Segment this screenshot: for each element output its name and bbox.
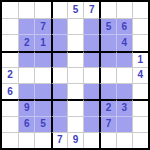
cell-r9c9[interactable]: [132, 132, 148, 148]
cell-r6c8[interactable]: [116, 83, 132, 99]
cell-r5c8[interactable]: [116, 67, 132, 83]
cell-r1c4[interactable]: [51, 2, 67, 18]
cell-r8c8[interactable]: [116, 116, 132, 132]
cell-r5c1[interactable]: 2: [2, 67, 18, 83]
cell-r4c7[interactable]: [99, 51, 115, 67]
cell-r8c2[interactable]: 6: [18, 116, 34, 132]
cell-r7c4[interactable]: [51, 99, 67, 115]
cell-r9c1[interactable]: [2, 132, 18, 148]
cell-r5c3[interactable]: [34, 67, 50, 83]
cell-r9c2[interactable]: [18, 132, 34, 148]
cell-r5c5[interactable]: [67, 67, 83, 83]
cell-r6c7[interactable]: [99, 83, 115, 99]
cell-r2c3[interactable]: 7: [34, 18, 50, 34]
cell-r4c3[interactable]: [34, 51, 50, 67]
cell-r7c1[interactable]: [2, 99, 18, 115]
cell-r8c3[interactable]: 5: [34, 116, 50, 132]
cell-r4c1[interactable]: [2, 51, 18, 67]
cell-r9c7[interactable]: [99, 132, 115, 148]
cell-r2c8[interactable]: 6: [116, 18, 132, 34]
cell-r3c4[interactable]: [51, 34, 67, 50]
cell-r7c6[interactable]: [83, 99, 99, 115]
cell-r1c8[interactable]: [116, 2, 132, 18]
cell-r9c4[interactable]: 7: [51, 132, 67, 148]
cell-r8c6[interactable]: [83, 116, 99, 132]
cell-r9c8[interactable]: [116, 132, 132, 148]
cell-r5c7[interactable]: [99, 67, 115, 83]
cell-r2c1[interactable]: [2, 18, 18, 34]
cell-r4c8[interactable]: [116, 51, 132, 67]
cell-r9c5[interactable]: 9: [67, 132, 83, 148]
cell-r8c5[interactable]: [67, 116, 83, 132]
cell-r8c7[interactable]: 7: [99, 116, 115, 132]
cell-r4c2[interactable]: [18, 51, 34, 67]
cell-r1c9[interactable]: [132, 2, 148, 18]
cell-r2c5[interactable]: [67, 18, 83, 34]
cell-r7c5[interactable]: [67, 99, 83, 115]
cell-r1c5[interactable]: 5: [67, 2, 83, 18]
cell-r3c1[interactable]: [2, 34, 18, 50]
cell-r6c2[interactable]: [18, 83, 34, 99]
cell-r4c6[interactable]: [83, 51, 99, 67]
cell-r2c9[interactable]: [132, 18, 148, 34]
cell-r1c7[interactable]: [99, 2, 115, 18]
cell-r3c2[interactable]: 2: [18, 34, 34, 50]
cell-r3c7[interactable]: [99, 34, 115, 50]
cell-r1c1[interactable]: [2, 2, 18, 18]
cell-r5c9[interactable]: 4: [132, 67, 148, 83]
cell-r2c6[interactable]: [83, 18, 99, 34]
cell-r1c3[interactable]: [34, 2, 50, 18]
cell-r6c1[interactable]: 6: [2, 83, 18, 99]
cell-r7c9[interactable]: [132, 99, 148, 115]
cell-r5c2[interactable]: [18, 67, 34, 83]
cell-r1c6[interactable]: 7: [83, 2, 99, 18]
cell-r9c6[interactable]: [83, 132, 99, 148]
cell-r8c1[interactable]: [2, 116, 18, 132]
cell-r1c2[interactable]: [18, 2, 34, 18]
cell-r8c9[interactable]: [132, 116, 148, 132]
cell-r7c8[interactable]: 3: [116, 99, 132, 115]
cell-r2c2[interactable]: [18, 18, 34, 34]
sudoku-board: 57756214124692365779: [0, 0, 150, 150]
cell-r7c2[interactable]: 9: [18, 99, 34, 115]
cell-r3c3[interactable]: 1: [34, 34, 50, 50]
cell-r4c5[interactable]: [67, 51, 83, 67]
cell-r3c9[interactable]: [132, 34, 148, 50]
cell-r6c4[interactable]: [51, 83, 67, 99]
cell-r9c3[interactable]: [34, 132, 50, 148]
cell-r8c4[interactable]: [51, 116, 67, 132]
cell-r3c6[interactable]: [83, 34, 99, 50]
cell-r6c3[interactable]: [34, 83, 50, 99]
cell-r3c5[interactable]: [67, 34, 83, 50]
cell-r6c5[interactable]: [67, 83, 83, 99]
cell-r6c9[interactable]: [132, 83, 148, 99]
cell-r6c6[interactable]: [83, 83, 99, 99]
cell-r4c4[interactable]: [51, 51, 67, 67]
cell-r7c7[interactable]: 2: [99, 99, 115, 115]
cell-r3c8[interactable]: 4: [116, 34, 132, 50]
cell-r5c6[interactable]: [83, 67, 99, 83]
cell-r2c4[interactable]: [51, 18, 67, 34]
cell-r7c3[interactable]: [34, 99, 50, 115]
cell-r5c4[interactable]: [51, 67, 67, 83]
cell-r2c7[interactable]: 5: [99, 18, 115, 34]
cell-r4c9[interactable]: 1: [132, 51, 148, 67]
